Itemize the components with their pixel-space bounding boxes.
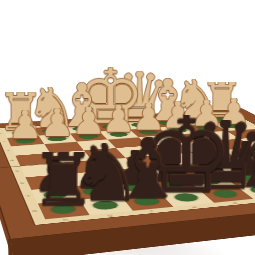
rank-label-1: 1 bbox=[0, 133, 2, 135]
file-label-f: f bbox=[149, 210, 154, 213]
file-label-g: g bbox=[107, 214, 114, 217]
file-label-d: d bbox=[231, 202, 238, 205]
black-rook[interactable]: ♜ bbox=[0, 152, 128, 209]
rank-label-2: 2 bbox=[2, 141, 6, 143]
rank-label-8: 8 bbox=[32, 210, 38, 213]
chessboard: 1h2g3f4e5d6c7b8a ♜♞♝♚♛♝♞♜♟♟♟♟♟♟♟♟♟♟♟♟♟♟♟… bbox=[0, 108, 255, 239]
scene: 1h2g3f4e5d6c7b8a ♜♞♝♚♛♝♞♜♟♟♟♟♟♟♟♟♟♟♟♟♟♟♟… bbox=[0, 0, 255, 255]
chess-set-photo: 1h2g3f4e5d6c7b8a ♜♞♝♚♛♝♞♜♟♟♟♟♟♟♟♟♟♟♟♟♟♟♟… bbox=[0, 0, 255, 255]
file-label-h: h bbox=[62, 218, 68, 221]
file-label-e: e bbox=[191, 205, 198, 208]
